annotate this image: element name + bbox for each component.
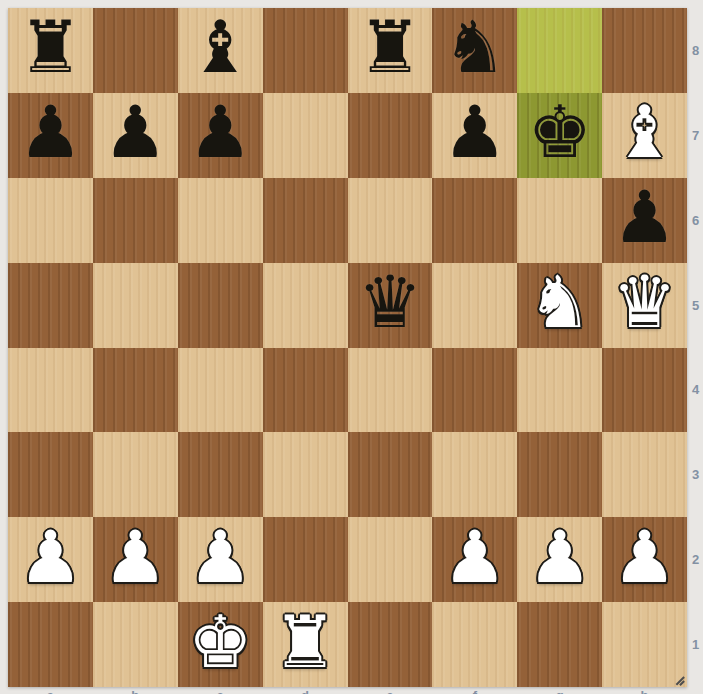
square-d5[interactable] bbox=[263, 263, 348, 348]
chess-board: ♜♝♜♞♟♟♟♟♚♝♟♛♞♛♟♟♟♟♟♟♚♜ bbox=[8, 8, 687, 687]
black-pawn[interactable]: ♟ bbox=[188, 96, 253, 168]
square-e3[interactable] bbox=[348, 432, 433, 517]
square-f4[interactable] bbox=[432, 348, 517, 433]
square-h2[interactable]: ♟ bbox=[602, 517, 687, 602]
file-label-f: f bbox=[432, 689, 517, 694]
square-a6[interactable] bbox=[8, 178, 93, 263]
square-f3[interactable] bbox=[432, 432, 517, 517]
square-b8[interactable] bbox=[93, 8, 178, 93]
square-f6[interactable] bbox=[432, 178, 517, 263]
square-e4[interactable] bbox=[348, 348, 433, 433]
rank-label-5: 5 bbox=[688, 263, 703, 348]
square-b2[interactable]: ♟ bbox=[93, 517, 178, 602]
square-e5[interactable]: ♛ bbox=[348, 263, 433, 348]
black-pawn[interactable]: ♟ bbox=[103, 96, 168, 168]
rank-label-4: 4 bbox=[688, 348, 703, 433]
square-g1[interactable] bbox=[517, 602, 602, 687]
file-label-a: a bbox=[8, 689, 93, 694]
square-d3[interactable] bbox=[263, 432, 348, 517]
file-label-d: d bbox=[263, 689, 348, 694]
white-pawn[interactable]: ♟ bbox=[188, 521, 253, 593]
black-queen[interactable]: ♛ bbox=[358, 266, 423, 338]
square-h5[interactable]: ♛ bbox=[602, 263, 687, 348]
square-h3[interactable] bbox=[602, 432, 687, 517]
rank-label-6: 6 bbox=[688, 178, 703, 263]
white-bishop[interactable]: ♝ bbox=[612, 96, 677, 168]
square-g6[interactable] bbox=[517, 178, 602, 263]
rank-label-3: 3 bbox=[688, 432, 703, 517]
white-pawn[interactable]: ♟ bbox=[18, 521, 83, 593]
square-c7[interactable]: ♟ bbox=[178, 93, 263, 178]
white-queen[interactable]: ♛ bbox=[612, 266, 677, 338]
square-a7[interactable]: ♟ bbox=[8, 93, 93, 178]
file-label-e: e bbox=[348, 689, 433, 694]
square-g2[interactable]: ♟ bbox=[517, 517, 602, 602]
square-e8[interactable]: ♜ bbox=[348, 8, 433, 93]
file-coordinates: abcdefgh bbox=[8, 689, 687, 694]
black-rook[interactable]: ♜ bbox=[18, 11, 83, 83]
square-d4[interactable] bbox=[263, 348, 348, 433]
square-a2[interactable]: ♟ bbox=[8, 517, 93, 602]
white-knight[interactable]: ♞ bbox=[527, 266, 592, 338]
square-g8[interactable] bbox=[517, 8, 602, 93]
square-e2[interactable] bbox=[348, 517, 433, 602]
file-label-c: c bbox=[178, 689, 263, 694]
square-a8[interactable]: ♜ bbox=[8, 8, 93, 93]
white-pawn[interactable]: ♟ bbox=[443, 521, 508, 593]
black-pawn[interactable]: ♟ bbox=[443, 96, 508, 168]
square-a5[interactable] bbox=[8, 263, 93, 348]
white-pawn[interactable]: ♟ bbox=[612, 521, 677, 593]
file-label-g: g bbox=[517, 689, 602, 694]
square-c5[interactable] bbox=[178, 263, 263, 348]
white-rook[interactable]: ♜ bbox=[273, 606, 338, 678]
white-pawn[interactable]: ♟ bbox=[103, 521, 168, 593]
rank-coordinates: 87654321 bbox=[688, 8, 703, 687]
square-g7[interactable]: ♚ bbox=[517, 93, 602, 178]
square-c1[interactable]: ♚ bbox=[178, 602, 263, 687]
square-h4[interactable] bbox=[602, 348, 687, 433]
square-f8[interactable]: ♞ bbox=[432, 8, 517, 93]
square-f7[interactable]: ♟ bbox=[432, 93, 517, 178]
black-king[interactable]: ♚ bbox=[527, 96, 592, 168]
black-bishop[interactable]: ♝ bbox=[188, 11, 253, 83]
page: ♜♝♜♞♟♟♟♟♚♝♟♛♞♛♟♟♟♟♟♟♚♜ 87654321 abcdefgh bbox=[0, 0, 703, 694]
square-g5[interactable]: ♞ bbox=[517, 263, 602, 348]
black-knight[interactable]: ♞ bbox=[443, 11, 508, 83]
square-c6[interactable] bbox=[178, 178, 263, 263]
square-b6[interactable] bbox=[93, 178, 178, 263]
square-b4[interactable] bbox=[93, 348, 178, 433]
square-d7[interactable] bbox=[263, 93, 348, 178]
square-c2[interactable]: ♟ bbox=[178, 517, 263, 602]
file-label-h: h bbox=[602, 689, 687, 694]
square-d8[interactable] bbox=[263, 8, 348, 93]
rank-label-8: 8 bbox=[688, 8, 703, 93]
square-b3[interactable] bbox=[93, 432, 178, 517]
rank-label-1: 1 bbox=[688, 602, 703, 687]
square-h8[interactable] bbox=[602, 8, 687, 93]
square-g4[interactable] bbox=[517, 348, 602, 433]
resize-handle-icon[interactable] bbox=[670, 670, 684, 684]
square-b1[interactable] bbox=[93, 602, 178, 687]
square-e1[interactable] bbox=[348, 602, 433, 687]
rank-label-7: 7 bbox=[688, 93, 703, 178]
white-pawn[interactable]: ♟ bbox=[527, 521, 592, 593]
square-h6[interactable]: ♟ bbox=[602, 178, 687, 263]
square-f1[interactable] bbox=[432, 602, 517, 687]
square-d1[interactable]: ♜ bbox=[263, 602, 348, 687]
white-king[interactable]: ♚ bbox=[188, 606, 253, 678]
square-a3[interactable] bbox=[8, 432, 93, 517]
square-c4[interactable] bbox=[178, 348, 263, 433]
square-c3[interactable] bbox=[178, 432, 263, 517]
square-d6[interactable] bbox=[263, 178, 348, 263]
rank-label-2: 2 bbox=[688, 517, 703, 602]
square-b7[interactable]: ♟ bbox=[93, 93, 178, 178]
square-f5[interactable] bbox=[432, 263, 517, 348]
square-b5[interactable] bbox=[93, 263, 178, 348]
square-a4[interactable] bbox=[8, 348, 93, 433]
black-pawn[interactable]: ♟ bbox=[612, 181, 677, 253]
black-pawn[interactable]: ♟ bbox=[18, 96, 83, 168]
square-g3[interactable] bbox=[517, 432, 602, 517]
square-d2[interactable] bbox=[263, 517, 348, 602]
square-e7[interactable] bbox=[348, 93, 433, 178]
black-rook[interactable]: ♜ bbox=[358, 11, 423, 83]
square-a1[interactable] bbox=[8, 602, 93, 687]
square-e6[interactable] bbox=[348, 178, 433, 263]
file-label-b: b bbox=[93, 689, 178, 694]
square-c8[interactable]: ♝ bbox=[178, 8, 263, 93]
square-f2[interactable]: ♟ bbox=[432, 517, 517, 602]
square-h7[interactable]: ♝ bbox=[602, 93, 687, 178]
